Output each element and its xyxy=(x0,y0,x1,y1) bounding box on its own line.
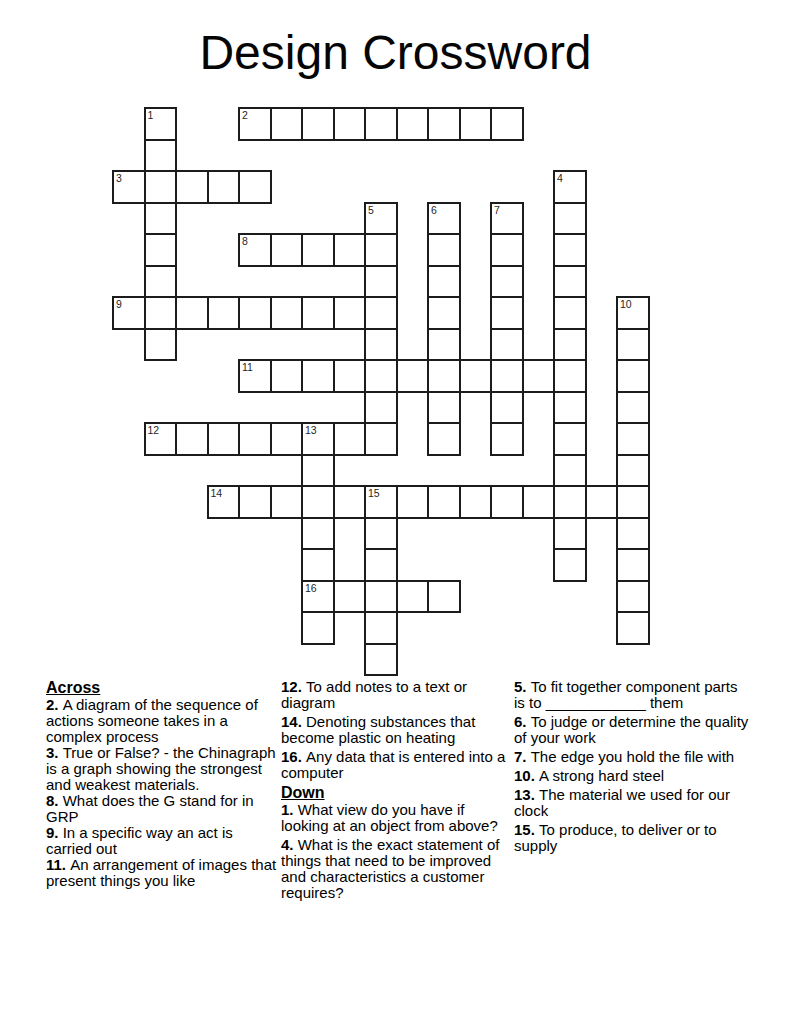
clue-column-right: 5. To fit together component parts is to… xyxy=(514,679,751,904)
grid-cell[interactable] xyxy=(459,485,493,519)
grid-cell[interactable] xyxy=(522,485,556,519)
grid-cell[interactable] xyxy=(364,611,398,645)
grid-cell[interactable] xyxy=(270,422,304,456)
grid-cell[interactable] xyxy=(333,359,367,393)
grid-cell[interactable] xyxy=(616,485,650,519)
clue-number: 12 xyxy=(148,424,160,436)
clue-6-down: 6. To judge or determine the quality of … xyxy=(514,714,751,746)
grid-cell[interactable] xyxy=(553,359,587,393)
grid-cell[interactable] xyxy=(333,107,367,141)
grid-cell[interactable] xyxy=(553,454,587,488)
grid-cell[interactable] xyxy=(301,485,335,519)
clue-number-label: 13. xyxy=(514,786,539,803)
clue-number: 13 xyxy=(305,424,317,436)
grid-cell[interactable] xyxy=(427,265,461,299)
clues-section: Across2. A diagram of the sequence of ac… xyxy=(46,679,751,904)
grid-cell[interactable]: 14 xyxy=(207,485,241,519)
grid-cell[interactable] xyxy=(301,454,335,488)
grid-cell[interactable] xyxy=(144,328,178,362)
grid-cell[interactable] xyxy=(427,580,461,614)
grid-cell[interactable] xyxy=(427,485,461,519)
grid-cell[interactable] xyxy=(364,233,398,267)
grid-cell[interactable] xyxy=(144,170,178,204)
grid-cell[interactable]: 9 xyxy=(112,296,146,330)
down-header: Down xyxy=(281,784,514,801)
clue-number-label: 15. xyxy=(514,821,539,838)
grid-cell[interactable] xyxy=(364,548,398,582)
clue-column-middle: 12. To add notes to a text or diagram14.… xyxy=(281,679,514,904)
grid-cell[interactable] xyxy=(364,391,398,425)
grid-cell[interactable] xyxy=(175,170,209,204)
grid-cell[interactable]: 8 xyxy=(238,233,272,267)
clue-number: 8 xyxy=(242,235,248,247)
clue-number: 1 xyxy=(148,109,154,121)
grid-cell[interactable] xyxy=(616,454,650,488)
grid-cell[interactable] xyxy=(553,548,587,582)
clue-7-down: 7. The edge you hold the file with xyxy=(514,749,751,765)
clue-number-label: 4. xyxy=(281,836,298,853)
grid-cell[interactable] xyxy=(364,422,398,456)
grid-cell[interactable] xyxy=(490,265,524,299)
grid-cell[interactable] xyxy=(301,107,335,141)
grid-cell[interactable] xyxy=(207,422,241,456)
grid-cell[interactable] xyxy=(270,485,304,519)
clue-number-label: 9. xyxy=(46,824,63,841)
grid-cell[interactable] xyxy=(301,548,335,582)
grid-cell[interactable] xyxy=(490,422,524,456)
grid-cell[interactable] xyxy=(616,422,650,456)
grid-cell[interactable] xyxy=(490,107,524,141)
page: Design Crossword 12345678910111213141516… xyxy=(0,0,791,1024)
grid-cell[interactable] xyxy=(301,296,335,330)
grid-cell[interactable] xyxy=(616,359,650,393)
grid-cell[interactable]: 7 xyxy=(490,202,524,236)
clue-11-across: 11. An arrangement of images that presen… xyxy=(46,857,281,889)
grid-cell[interactable] xyxy=(553,233,587,267)
grid-cell[interactable] xyxy=(238,170,272,204)
grid-cell[interactable] xyxy=(364,643,398,677)
grid-cell[interactable] xyxy=(270,233,304,267)
clue-number: 10 xyxy=(620,298,632,310)
grid-cell[interactable]: 5 xyxy=(364,202,398,236)
grid-cell[interactable] xyxy=(616,517,650,551)
clue-number: 7 xyxy=(494,204,500,216)
grid-cell[interactable] xyxy=(301,233,335,267)
clue-number: 2 xyxy=(242,109,248,121)
grid-cell[interactable] xyxy=(616,328,650,362)
grid-cell[interactable] xyxy=(427,391,461,425)
clue-column-left: Across2. A diagram of the sequence of ac… xyxy=(46,679,281,904)
grid-cell[interactable] xyxy=(144,202,178,236)
grid-cell[interactable] xyxy=(207,170,241,204)
grid-cell[interactable]: 12 xyxy=(144,422,178,456)
grid-cell[interactable] xyxy=(364,107,398,141)
clue-9-across: 9. In a specific way an act is carried o… xyxy=(46,825,281,857)
clue-number-label: 11. xyxy=(46,856,70,873)
grid-cell[interactable] xyxy=(301,517,335,551)
grid-cell[interactable] xyxy=(522,359,556,393)
grid-cell[interactable] xyxy=(553,485,587,519)
puzzle-title: Design Crossword xyxy=(0,26,791,80)
grid-cell[interactable] xyxy=(490,485,524,519)
clue-1-down: 1. What view do you have if looking at a… xyxy=(281,802,514,834)
grid-cell[interactable] xyxy=(553,202,587,236)
grid-cell[interactable] xyxy=(427,233,461,267)
grid-cell[interactable] xyxy=(238,485,272,519)
grid-cell[interactable] xyxy=(396,107,430,141)
clue-number: 3 xyxy=(116,172,122,184)
grid-cell[interactable]: 4 xyxy=(553,170,587,204)
clue-number: 6 xyxy=(431,204,437,216)
grid-cell[interactable] xyxy=(333,485,367,519)
grid-cell[interactable] xyxy=(144,265,178,299)
clue-number: 5 xyxy=(368,204,374,216)
grid-cell[interactable]: 3 xyxy=(112,170,146,204)
clue-number: 4 xyxy=(557,172,563,184)
clue-number-label: 5. xyxy=(514,678,531,695)
grid-cell[interactable] xyxy=(427,359,461,393)
clue-number: 14 xyxy=(211,487,223,499)
clue-2-across: 2. A diagram of the sequence of actions … xyxy=(46,697,281,745)
grid-cell[interactable] xyxy=(207,296,241,330)
grid-cell[interactable] xyxy=(616,580,650,614)
grid-cell[interactable]: 11 xyxy=(238,359,272,393)
grid-cell[interactable] xyxy=(553,296,587,330)
grid-cell[interactable] xyxy=(585,485,619,519)
clue-5-down: 5. To fit together component parts is to… xyxy=(514,679,751,711)
grid-cell[interactable]: 1 xyxy=(144,107,178,141)
clue-4-down: 4. What is the exact statement of things… xyxy=(281,837,514,901)
grid-cell[interactable] xyxy=(301,359,335,393)
clue-15-down: 15. To produce, to deliver or to supply xyxy=(514,822,751,854)
grid-cell[interactable] xyxy=(427,107,461,141)
clue-8-across: 8. What does the G stand for in GRP xyxy=(46,793,281,825)
grid-cell[interactable] xyxy=(490,328,524,362)
grid-cell[interactable] xyxy=(553,391,587,425)
grid-cell[interactable] xyxy=(364,265,398,299)
grid-cell[interactable] xyxy=(490,359,524,393)
clue-number-label: 7. xyxy=(514,748,531,765)
clue-number-label: 10. xyxy=(514,767,539,784)
across-header: Across xyxy=(46,679,281,696)
grid-cell[interactable] xyxy=(144,139,178,173)
grid-cell[interactable] xyxy=(333,422,367,456)
clue-12-across: 12. To add notes to a text or diagram xyxy=(281,679,514,711)
clue-number-label: 12. xyxy=(281,678,306,695)
clue-number-label: 1. xyxy=(281,801,298,818)
clue-number: 15 xyxy=(368,487,380,499)
grid-cell[interactable] xyxy=(396,485,430,519)
grid-cell[interactable] xyxy=(553,328,587,362)
grid-cell[interactable] xyxy=(616,391,650,425)
clue-number-label: 6. xyxy=(514,713,531,730)
grid-cell[interactable] xyxy=(301,611,335,645)
grid-cell[interactable]: 6 xyxy=(427,202,461,236)
clue-number: 16 xyxy=(305,582,317,594)
grid-cell[interactable] xyxy=(427,328,461,362)
grid-cell[interactable] xyxy=(270,296,304,330)
grid-cell[interactable] xyxy=(364,580,398,614)
grid-cell[interactable] xyxy=(459,107,493,141)
clue-13-down: 13. The material we used for our clock xyxy=(514,787,751,819)
grid-cell[interactable] xyxy=(364,359,398,393)
grid-cell[interactable] xyxy=(553,422,587,456)
clue-16-across: 16. Any data that is entered into a comp… xyxy=(281,749,514,781)
grid-cell[interactable] xyxy=(553,517,587,551)
clue-number-label: 3. xyxy=(46,744,63,761)
grid-cell[interactable] xyxy=(490,233,524,267)
grid-cell[interactable] xyxy=(144,296,178,330)
grid-cell[interactable] xyxy=(270,107,304,141)
grid-cell[interactable] xyxy=(490,296,524,330)
clue-number-label: 8. xyxy=(46,792,63,809)
grid-cell[interactable] xyxy=(270,359,304,393)
clue-number-label: 16. xyxy=(281,748,306,765)
grid-cell[interactable] xyxy=(144,233,178,267)
grid-cell[interactable] xyxy=(396,359,430,393)
grid-cell[interactable] xyxy=(333,580,367,614)
grid-cell[interactable] xyxy=(616,548,650,582)
grid-cell[interactable] xyxy=(553,265,587,299)
clue-number: 11 xyxy=(242,361,253,373)
grid-cell[interactable] xyxy=(333,296,367,330)
grid-cell[interactable] xyxy=(459,359,493,393)
grid-cell[interactable] xyxy=(364,517,398,551)
grid-cell[interactable]: 16 xyxy=(301,580,335,614)
clue-number: 9 xyxy=(116,298,122,310)
grid-cell[interactable] xyxy=(364,328,398,362)
clue-14-across: 14. Denoting substances that become plas… xyxy=(281,714,514,746)
grid-cell[interactable] xyxy=(175,422,209,456)
grid-cell[interactable] xyxy=(238,422,272,456)
grid-cell[interactable] xyxy=(238,296,272,330)
grid-cell[interactable] xyxy=(175,296,209,330)
grid-cell[interactable]: 13 xyxy=(301,422,335,456)
clue-number-label: 2. xyxy=(46,696,63,713)
clue-number-label: 14. xyxy=(281,713,306,730)
grid-cell[interactable] xyxy=(427,422,461,456)
clue-10-down: 10. A strong hard steel xyxy=(514,768,751,784)
grid-cell[interactable]: 10 xyxy=(616,296,650,330)
grid-cell[interactable] xyxy=(364,296,398,330)
grid-cell[interactable] xyxy=(616,611,650,645)
grid-cell[interactable]: 15 xyxy=(364,485,398,519)
grid-cell[interactable] xyxy=(490,391,524,425)
clue-3-across: 3. True or False? - the Chinagraph is a … xyxy=(46,745,281,793)
grid-cell[interactable]: 2 xyxy=(238,107,272,141)
grid-cell[interactable] xyxy=(333,233,367,267)
grid-cell[interactable] xyxy=(396,580,430,614)
grid-cell[interactable] xyxy=(427,296,461,330)
